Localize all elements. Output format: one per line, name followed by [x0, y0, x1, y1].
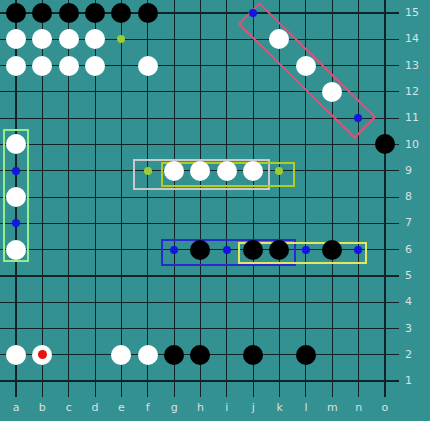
- column-label: m: [322, 401, 342, 414]
- blue-marker-dot: [354, 246, 362, 254]
- row-label: 1: [405, 374, 430, 387]
- board-intersection: [372, 131, 398, 157]
- white-stone: [138, 345, 158, 365]
- board-intersection: [214, 158, 240, 184]
- black-stone: [85, 3, 105, 23]
- board-intersection: [3, 158, 29, 184]
- row-label: 2: [405, 348, 430, 361]
- white-stone: [6, 240, 26, 260]
- green-marker-dot: [117, 35, 125, 43]
- black-stone: [243, 240, 263, 260]
- black-stone: [59, 3, 79, 23]
- board-intersection: [82, 52, 108, 78]
- white-stone: [85, 56, 105, 76]
- board-intersection: [187, 158, 213, 184]
- board-intersection: [3, 26, 29, 52]
- white-stone: [59, 56, 79, 76]
- black-stone: [190, 240, 210, 260]
- column-label: o: [375, 401, 395, 414]
- row-label: 4: [405, 295, 430, 308]
- board-intersection: [29, 0, 55, 26]
- board-intersection: [3, 52, 29, 78]
- white-stone: [6, 56, 26, 76]
- green-marker-dot: [144, 167, 152, 175]
- board-intersection: [293, 52, 319, 78]
- row-label: 11: [405, 111, 430, 124]
- board-intersection: [161, 236, 187, 262]
- black-stone: [269, 240, 289, 260]
- column-label: e: [111, 401, 131, 414]
- black-stone: [32, 3, 52, 23]
- board-intersection: [266, 236, 292, 262]
- blue-marker-dot: [12, 219, 20, 227]
- blue-marker-dot: [223, 246, 231, 254]
- white-stone: [190, 161, 210, 181]
- board-intersection: [82, 26, 108, 52]
- column-label: a: [6, 401, 26, 414]
- column-label: n: [349, 401, 369, 414]
- board-intersection: [55, 52, 81, 78]
- column-label: h: [190, 401, 210, 414]
- blue-marker-dot: [170, 246, 178, 254]
- row-label: 9: [405, 164, 430, 177]
- board-intersection: [161, 342, 187, 368]
- blue-marker-dot: [249, 9, 257, 17]
- board-intersection: [3, 0, 29, 26]
- board-intersection: [108, 342, 134, 368]
- white-stone: [6, 187, 26, 207]
- board-intersection: [266, 26, 292, 52]
- white-stone: [217, 161, 237, 181]
- white-stone: [164, 161, 184, 181]
- black-stone: [6, 3, 26, 23]
- row-label: 13: [405, 59, 430, 72]
- board-intersection: [108, 0, 134, 26]
- white-stone: [269, 29, 289, 49]
- board-grid: [3, 0, 398, 394]
- white-stone: [32, 56, 52, 76]
- green-marker-dot: [275, 167, 283, 175]
- white-stone: [322, 82, 342, 102]
- white-stone: [32, 29, 52, 49]
- row-label: 5: [405, 269, 430, 282]
- column-label: g: [164, 401, 184, 414]
- board-intersection: [135, 52, 161, 78]
- black-stone: [322, 240, 342, 260]
- board-intersection: [55, 26, 81, 52]
- board-intersection: [293, 342, 319, 368]
- board-intersection: [135, 158, 161, 184]
- white-stone: [6, 29, 26, 49]
- black-stone: [243, 345, 263, 365]
- gomoku-board-diagram: abcdefghijklmno 151413121110987654321: [0, 0, 430, 421]
- blue-marker-dot: [354, 114, 362, 122]
- column-label: l: [296, 401, 316, 414]
- board-intersection: [135, 342, 161, 368]
- board-intersection: [345, 105, 371, 131]
- board-intersection: [214, 236, 240, 262]
- black-stone: [296, 345, 316, 365]
- board-intersection: [29, 52, 55, 78]
- row-label: 8: [405, 190, 430, 203]
- board-intersection: [293, 236, 319, 262]
- row-label: 7: [405, 216, 430, 229]
- row-label: 10: [405, 138, 430, 151]
- black-stone: [164, 345, 184, 365]
- column-label: b: [32, 401, 52, 414]
- board-intersection: [240, 342, 266, 368]
- column-label: d: [85, 401, 105, 414]
- board-intersection: [55, 0, 81, 26]
- black-stone: [375, 134, 395, 154]
- board-intersection: [3, 131, 29, 157]
- black-stone: [138, 3, 158, 23]
- row-label: 3: [405, 322, 430, 335]
- column-label: i: [217, 401, 237, 414]
- column-label: k: [270, 401, 290, 414]
- black-stone: [111, 3, 131, 23]
- board-intersection: [266, 158, 292, 184]
- white-stone: [6, 345, 26, 365]
- column-label: f: [138, 401, 158, 414]
- row-label: 15: [405, 6, 430, 19]
- black-stone: [190, 345, 210, 365]
- white-stone: [59, 29, 79, 49]
- row-label: 6: [405, 243, 430, 256]
- board-intersection: [108, 26, 134, 52]
- board-intersection: [240, 236, 266, 262]
- board-intersection: [82, 0, 108, 26]
- board-intersection: [3, 236, 29, 262]
- blue-marker-dot: [12, 167, 20, 175]
- white-stone: [85, 29, 105, 49]
- white-stone: [6, 134, 26, 154]
- board-intersection: [319, 79, 345, 105]
- board-intersection: [161, 158, 187, 184]
- board-intersection: [240, 0, 266, 26]
- white-stone: [296, 56, 316, 76]
- board-intersection: [3, 210, 29, 236]
- row-label: 12: [405, 85, 430, 98]
- board-intersection: [187, 342, 213, 368]
- white-stone: [138, 56, 158, 76]
- column-label: c: [59, 401, 79, 414]
- board-intersection: [319, 236, 345, 262]
- blue-marker-dot: [302, 246, 310, 254]
- board-intersection: [187, 236, 213, 262]
- white-stone: [243, 161, 263, 181]
- row-label: 14: [405, 32, 430, 45]
- white-stone: [111, 345, 131, 365]
- column-label: j: [243, 401, 263, 414]
- board-intersection: [135, 0, 161, 26]
- board-intersection: [240, 158, 266, 184]
- board-intersection: [29, 26, 55, 52]
- board-intersection: [3, 184, 29, 210]
- board-intersection: [3, 342, 29, 368]
- board-intersection: [345, 236, 371, 262]
